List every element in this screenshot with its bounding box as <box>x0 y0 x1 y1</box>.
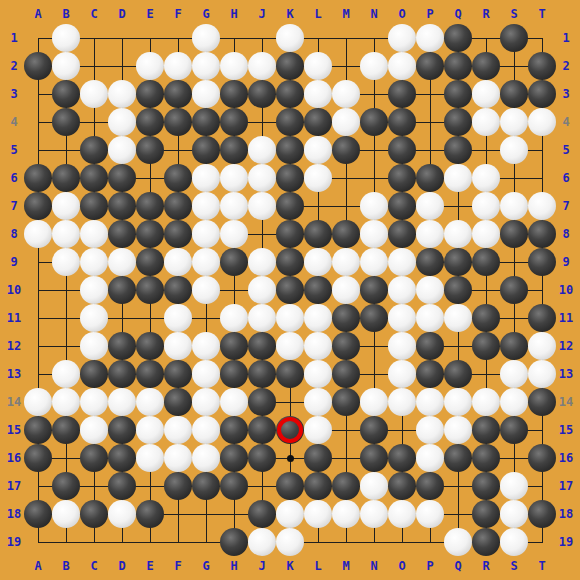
white-stone-C3[interactable] <box>80 80 108 108</box>
col-label-bottom-G: G <box>192 559 220 573</box>
black-stone-K10[interactable] <box>276 276 304 304</box>
white-stone-J2[interactable] <box>248 52 276 80</box>
white-stone-K12[interactable] <box>276 332 304 360</box>
white-stone-J6[interactable] <box>248 164 276 192</box>
white-stone-D9[interactable] <box>108 248 136 276</box>
white-stone-T12[interactable] <box>528 332 556 360</box>
black-stone-C5[interactable] <box>80 136 108 164</box>
black-stone-F7[interactable] <box>164 192 192 220</box>
white-stone-G1[interactable] <box>192 24 220 52</box>
black-stone-Q5[interactable] <box>444 136 472 164</box>
black-stone-P13[interactable] <box>416 360 444 388</box>
white-stone-S14[interactable] <box>500 388 528 416</box>
white-stone-N2[interactable] <box>360 52 388 80</box>
black-stone-H3[interactable] <box>220 80 248 108</box>
white-stone-O13[interactable] <box>388 360 416 388</box>
black-stone-J15[interactable] <box>248 416 276 444</box>
black-stone-H16[interactable] <box>220 444 248 472</box>
white-stone-Q6[interactable] <box>444 164 472 192</box>
black-stone-L16[interactable] <box>304 444 332 472</box>
black-stone-R11[interactable] <box>472 304 500 332</box>
white-stone-P18[interactable] <box>416 500 444 528</box>
white-stone-E16[interactable] <box>136 444 164 472</box>
white-stone-C12[interactable] <box>80 332 108 360</box>
white-stone-J7[interactable] <box>248 192 276 220</box>
col-label-bottom-H: H <box>220 559 248 573</box>
white-stone-Q14[interactable] <box>444 388 472 416</box>
black-stone-R19[interactable] <box>472 528 500 556</box>
row-label-right-11: 11 <box>552 311 580 325</box>
white-stone-F11[interactable] <box>164 304 192 332</box>
white-stone-A8[interactable] <box>24 220 52 248</box>
black-stone-S12[interactable] <box>500 332 528 360</box>
black-stone-L8[interactable] <box>304 220 332 248</box>
white-stone-J19[interactable] <box>248 528 276 556</box>
black-stone-L4[interactable] <box>304 108 332 136</box>
black-stone-F6[interactable] <box>164 164 192 192</box>
white-stone-G2[interactable] <box>192 52 220 80</box>
white-stone-M4[interactable] <box>332 108 360 136</box>
row-label-right-1: 1 <box>552 31 580 45</box>
white-stone-Q8[interactable] <box>444 220 472 248</box>
black-stone-M12[interactable] <box>332 332 360 360</box>
black-stone-Q9[interactable] <box>444 248 472 276</box>
white-stone-N17[interactable] <box>360 472 388 500</box>
col-label-bottom-F: F <box>164 559 192 573</box>
black-stone-F10[interactable] <box>164 276 192 304</box>
black-stone-S8[interactable] <box>500 220 528 248</box>
row-label-right-18: 18 <box>552 507 580 521</box>
black-stone-T11[interactable] <box>528 304 556 332</box>
col-label-bottom-T: T <box>528 559 556 573</box>
white-stone-B7[interactable] <box>52 192 80 220</box>
white-stone-T13[interactable] <box>528 360 556 388</box>
black-stone-A15[interactable] <box>24 416 52 444</box>
black-stone-P2[interactable] <box>416 52 444 80</box>
white-stone-J9[interactable] <box>248 248 276 276</box>
white-stone-R3[interactable] <box>472 80 500 108</box>
row-label-right-13: 13 <box>552 367 580 381</box>
white-stone-A14[interactable] <box>24 388 52 416</box>
black-stone-D13[interactable] <box>108 360 136 388</box>
white-stone-J5[interactable] <box>248 136 276 164</box>
col-label-top-M: M <box>332 7 360 21</box>
white-stone-P1[interactable] <box>416 24 444 52</box>
col-label-top-N: N <box>360 7 388 21</box>
black-stone-R15[interactable] <box>472 416 500 444</box>
white-stone-R8[interactable] <box>472 220 500 248</box>
white-stone-G15[interactable] <box>192 416 220 444</box>
white-stone-S7[interactable] <box>500 192 528 220</box>
black-stone-H13[interactable] <box>220 360 248 388</box>
white-stone-B1[interactable] <box>52 24 80 52</box>
white-stone-M18[interactable] <box>332 500 360 528</box>
row-label-right-3: 3 <box>552 87 580 101</box>
col-label-top-G: G <box>192 7 220 21</box>
black-stone-K6[interactable] <box>276 164 304 192</box>
white-stone-O18[interactable] <box>388 500 416 528</box>
white-stone-G10[interactable] <box>192 276 220 304</box>
black-stone-T8[interactable] <box>528 220 556 248</box>
white-stone-L11[interactable] <box>304 304 332 332</box>
black-stone-E5[interactable] <box>136 136 164 164</box>
white-stone-N14[interactable] <box>360 388 388 416</box>
white-stone-H11[interactable] <box>220 304 248 332</box>
black-stone-N4[interactable] <box>360 108 388 136</box>
white-stone-O14[interactable] <box>388 388 416 416</box>
white-stone-N18[interactable] <box>360 500 388 528</box>
white-stone-G8[interactable] <box>192 220 220 248</box>
black-stone-C13[interactable] <box>80 360 108 388</box>
white-stone-N8[interactable] <box>360 220 388 248</box>
white-stone-G3[interactable] <box>192 80 220 108</box>
black-stone-F8[interactable] <box>164 220 192 248</box>
white-stone-F9[interactable] <box>164 248 192 276</box>
black-stone-D12[interactable] <box>108 332 136 360</box>
black-stone-R12[interactable] <box>472 332 500 360</box>
white-stone-F15[interactable] <box>164 416 192 444</box>
black-stone-O17[interactable] <box>388 472 416 500</box>
black-stone-J3[interactable] <box>248 80 276 108</box>
white-stone-E15[interactable] <box>136 416 164 444</box>
black-stone-E9[interactable] <box>136 248 164 276</box>
black-stone-Q1[interactable] <box>444 24 472 52</box>
black-stone-F13[interactable] <box>164 360 192 388</box>
row-label-right-10: 10 <box>552 283 580 297</box>
white-stone-S13[interactable] <box>500 360 528 388</box>
white-stone-M10[interactable] <box>332 276 360 304</box>
black-stone-A16[interactable] <box>24 444 52 472</box>
black-stone-F14[interactable] <box>164 388 192 416</box>
black-stone-D7[interactable] <box>108 192 136 220</box>
black-stone-T14[interactable] <box>528 388 556 416</box>
white-stone-E14[interactable] <box>136 388 164 416</box>
black-stone-O4[interactable] <box>388 108 416 136</box>
black-stone-F4[interactable] <box>164 108 192 136</box>
black-stone-H5[interactable] <box>220 136 248 164</box>
black-stone-T16[interactable] <box>528 444 556 472</box>
black-stone-M11[interactable] <box>332 304 360 332</box>
white-stone-B13[interactable] <box>52 360 80 388</box>
white-stone-L15[interactable] <box>304 416 332 444</box>
white-stone-C11[interactable] <box>80 304 108 332</box>
black-stone-J12[interactable] <box>248 332 276 360</box>
black-stone-O6[interactable] <box>388 164 416 192</box>
black-stone-J14[interactable] <box>248 388 276 416</box>
row-label-left-1: 1 <box>0 31 28 45</box>
white-stone-F16[interactable] <box>164 444 192 472</box>
black-stone-K7[interactable] <box>276 192 304 220</box>
black-stone-K3[interactable] <box>276 80 304 108</box>
white-stone-G16[interactable] <box>192 444 220 472</box>
black-stone-A6[interactable] <box>24 164 52 192</box>
white-stone-D5[interactable] <box>108 136 136 164</box>
white-stone-S5[interactable] <box>500 136 528 164</box>
row-label-right-16: 16 <box>552 451 580 465</box>
black-stone-Q4[interactable] <box>444 108 472 136</box>
white-stone-P7[interactable] <box>416 192 444 220</box>
black-stone-O8[interactable] <box>388 220 416 248</box>
col-label-bottom-E: E <box>136 559 164 573</box>
white-stone-H8[interactable] <box>220 220 248 248</box>
white-stone-E2[interactable] <box>136 52 164 80</box>
black-stone-N15[interactable] <box>360 416 388 444</box>
black-stone-Q16[interactable] <box>444 444 472 472</box>
black-stone-E13[interactable] <box>136 360 164 388</box>
black-stone-S1[interactable] <box>500 24 528 52</box>
white-stone-O1[interactable] <box>388 24 416 52</box>
white-stone-B2[interactable] <box>52 52 80 80</box>
white-stone-O10[interactable] <box>388 276 416 304</box>
white-stone-D3[interactable] <box>108 80 136 108</box>
black-stone-K17[interactable] <box>276 472 304 500</box>
black-stone-S10[interactable] <box>500 276 528 304</box>
black-stone-Q10[interactable] <box>444 276 472 304</box>
black-stone-B6[interactable] <box>52 164 80 192</box>
white-stone-L5[interactable] <box>304 136 332 164</box>
white-stone-P16[interactable] <box>416 444 444 472</box>
black-stone-K5[interactable] <box>276 136 304 164</box>
black-stone-C18[interactable] <box>80 500 108 528</box>
white-stone-T7[interactable] <box>528 192 556 220</box>
black-stone-H9[interactable] <box>220 248 248 276</box>
go-board[interactable]: AABBCCDDEEFFGGHHJJKKLLMMNNOOPPQQRRSSTT11… <box>0 0 580 580</box>
black-stone-C16[interactable] <box>80 444 108 472</box>
row-label-left-11: 11 <box>0 311 28 325</box>
black-stone-A2[interactable] <box>24 52 52 80</box>
black-stone-M5[interactable] <box>332 136 360 164</box>
white-stone-P15[interactable] <box>416 416 444 444</box>
white-stone-H7[interactable] <box>220 192 248 220</box>
black-stone-Q3[interactable] <box>444 80 472 108</box>
white-stone-B8[interactable] <box>52 220 80 248</box>
white-stone-R6[interactable] <box>472 164 500 192</box>
black-stone-O7[interactable] <box>388 192 416 220</box>
black-stone-G5[interactable] <box>192 136 220 164</box>
white-stone-G13[interactable] <box>192 360 220 388</box>
black-stone-H15[interactable] <box>220 416 248 444</box>
white-stone-C10[interactable] <box>80 276 108 304</box>
col-label-bottom-R: R <box>472 559 500 573</box>
black-stone-K4[interactable] <box>276 108 304 136</box>
black-stone-H4[interactable] <box>220 108 248 136</box>
white-stone-P10[interactable] <box>416 276 444 304</box>
row-label-left-12: 12 <box>0 339 28 353</box>
white-stone-J11[interactable] <box>248 304 276 332</box>
white-stone-F12[interactable] <box>164 332 192 360</box>
black-stone-M17[interactable] <box>332 472 360 500</box>
white-stone-M3[interactable] <box>332 80 360 108</box>
white-stone-K19[interactable] <box>276 528 304 556</box>
black-stone-R16[interactable] <box>472 444 500 472</box>
black-stone-C6[interactable] <box>80 164 108 192</box>
row-label-right-7: 7 <box>552 199 580 213</box>
white-stone-L12[interactable] <box>304 332 332 360</box>
black-stone-H17[interactable] <box>220 472 248 500</box>
black-stone-M14[interactable] <box>332 388 360 416</box>
black-stone-P12[interactable] <box>416 332 444 360</box>
black-stone-J16[interactable] <box>248 444 276 472</box>
white-stone-G6[interactable] <box>192 164 220 192</box>
black-stone-D10[interactable] <box>108 276 136 304</box>
white-stone-H2[interactable] <box>220 52 248 80</box>
black-stone-P6[interactable] <box>416 164 444 192</box>
black-stone-R2[interactable] <box>472 52 500 80</box>
white-stone-R14[interactable] <box>472 388 500 416</box>
black-stone-D16[interactable] <box>108 444 136 472</box>
black-stone-L10[interactable] <box>304 276 332 304</box>
white-stone-L6[interactable] <box>304 164 332 192</box>
white-stone-C8[interactable] <box>80 220 108 248</box>
black-stone-C7[interactable] <box>80 192 108 220</box>
black-stone-Q13[interactable] <box>444 360 472 388</box>
black-stone-R17[interactable] <box>472 472 500 500</box>
white-stone-P14[interactable] <box>416 388 444 416</box>
black-stone-A18[interactable] <box>24 500 52 528</box>
white-stone-P11[interactable] <box>416 304 444 332</box>
black-stone-N10[interactable] <box>360 276 388 304</box>
last-move-marker <box>277 417 303 443</box>
white-stone-G14[interactable] <box>192 388 220 416</box>
black-stone-K9[interactable] <box>276 248 304 276</box>
black-stone-D17[interactable] <box>108 472 136 500</box>
white-stone-L14[interactable] <box>304 388 332 416</box>
white-stone-Q11[interactable] <box>444 304 472 332</box>
white-stone-D18[interactable] <box>108 500 136 528</box>
black-stone-R18[interactable] <box>472 500 500 528</box>
col-label-bottom-N: N <box>360 559 388 573</box>
black-stone-F3[interactable] <box>164 80 192 108</box>
white-stone-M9[interactable] <box>332 248 360 276</box>
white-stone-L9[interactable] <box>304 248 332 276</box>
white-stone-O2[interactable] <box>388 52 416 80</box>
white-stone-R4[interactable] <box>472 108 500 136</box>
white-stone-Q19[interactable] <box>444 528 472 556</box>
black-stone-K2[interactable] <box>276 52 304 80</box>
white-stone-C15[interactable] <box>80 416 108 444</box>
black-stone-B15[interactable] <box>52 416 80 444</box>
black-stone-E7[interactable] <box>136 192 164 220</box>
black-stone-D15[interactable] <box>108 416 136 444</box>
col-label-top-T: T <box>528 7 556 21</box>
white-stone-O12[interactable] <box>388 332 416 360</box>
white-stone-S18[interactable] <box>500 500 528 528</box>
white-stone-K18[interactable] <box>276 500 304 528</box>
white-stone-H14[interactable] <box>220 388 248 416</box>
black-stone-H12[interactable] <box>220 332 248 360</box>
white-stone-B9[interactable] <box>52 248 80 276</box>
white-stone-G12[interactable] <box>192 332 220 360</box>
white-stone-B18[interactable] <box>52 500 80 528</box>
white-stone-T4[interactable] <box>528 108 556 136</box>
black-stone-P17[interactable] <box>416 472 444 500</box>
black-stone-D8[interactable] <box>108 220 136 248</box>
black-stone-E10[interactable] <box>136 276 164 304</box>
black-stone-N11[interactable] <box>360 304 388 332</box>
row-label-right-4: 4 <box>552 115 580 129</box>
black-stone-S15[interactable] <box>500 416 528 444</box>
white-stone-L13[interactable] <box>304 360 332 388</box>
white-stone-C9[interactable] <box>80 248 108 276</box>
black-stone-O3[interactable] <box>388 80 416 108</box>
white-stone-L3[interactable] <box>304 80 332 108</box>
black-stone-F17[interactable] <box>164 472 192 500</box>
black-stone-S3[interactable] <box>500 80 528 108</box>
black-stone-M8[interactable] <box>332 220 360 248</box>
black-stone-E8[interactable] <box>136 220 164 248</box>
white-stone-S4[interactable] <box>500 108 528 136</box>
black-stone-K8[interactable] <box>276 220 304 248</box>
white-stone-P8[interactable] <box>416 220 444 248</box>
white-stone-S17[interactable] <box>500 472 528 500</box>
black-stone-E4[interactable] <box>136 108 164 136</box>
white-stone-Q15[interactable] <box>444 416 472 444</box>
white-stone-N9[interactable] <box>360 248 388 276</box>
white-stone-O11[interactable] <box>388 304 416 332</box>
black-stone-O16[interactable] <box>388 444 416 472</box>
black-stone-E3[interactable] <box>136 80 164 108</box>
white-stone-D4[interactable] <box>108 108 136 136</box>
white-stone-C14[interactable] <box>80 388 108 416</box>
black-stone-L17[interactable] <box>304 472 332 500</box>
black-stone-G4[interactable] <box>192 108 220 136</box>
black-stone-B17[interactable] <box>52 472 80 500</box>
white-stone-G7[interactable] <box>192 192 220 220</box>
black-stone-T18[interactable] <box>528 500 556 528</box>
black-stone-J13[interactable] <box>248 360 276 388</box>
white-stone-S19[interactable] <box>500 528 528 556</box>
white-stone-K1[interactable] <box>276 24 304 52</box>
white-stone-N7[interactable] <box>360 192 388 220</box>
black-stone-Q2[interactable] <box>444 52 472 80</box>
white-stone-D14[interactable] <box>108 388 136 416</box>
black-stone-R9[interactable] <box>472 248 500 276</box>
col-label-top-O: O <box>388 7 416 21</box>
black-stone-N16[interactable] <box>360 444 388 472</box>
white-stone-G9[interactable] <box>192 248 220 276</box>
black-stone-O5[interactable] <box>388 136 416 164</box>
white-stone-O9[interactable] <box>388 248 416 276</box>
black-stone-E18[interactable] <box>136 500 164 528</box>
black-stone-J18[interactable] <box>248 500 276 528</box>
black-stone-P9[interactable] <box>416 248 444 276</box>
white-stone-B14[interactable] <box>52 388 80 416</box>
black-stone-T2[interactable] <box>528 52 556 80</box>
col-label-top-J: J <box>248 7 276 21</box>
black-stone-T9[interactable] <box>528 248 556 276</box>
white-stone-J10[interactable] <box>248 276 276 304</box>
white-stone-L18[interactable] <box>304 500 332 528</box>
black-stone-A7[interactable] <box>24 192 52 220</box>
black-stone-K13[interactable] <box>276 360 304 388</box>
black-stone-M13[interactable] <box>332 360 360 388</box>
black-stone-D6[interactable] <box>108 164 136 192</box>
black-stone-T3[interactable] <box>528 80 556 108</box>
white-stone-R7[interactable] <box>472 192 500 220</box>
black-stone-B4[interactable] <box>52 108 80 136</box>
row-label-right-6: 6 <box>552 171 580 185</box>
white-stone-K11[interactable] <box>276 304 304 332</box>
white-stone-H6[interactable] <box>220 164 248 192</box>
black-stone-B3[interactable] <box>52 80 80 108</box>
col-label-bottom-L: L <box>304 559 332 573</box>
white-stone-F2[interactable] <box>164 52 192 80</box>
black-stone-E12[interactable] <box>136 332 164 360</box>
white-stone-L2[interactable] <box>304 52 332 80</box>
black-stone-G17[interactable] <box>192 472 220 500</box>
black-stone-H19[interactable] <box>220 528 248 556</box>
col-label-bottom-C: C <box>80 559 108 573</box>
